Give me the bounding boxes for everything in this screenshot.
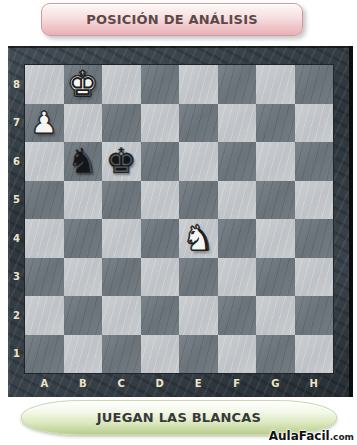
square-h7[interactable]: [295, 104, 334, 143]
square-c5[interactable]: [102, 181, 141, 220]
square-g7[interactable]: [256, 104, 295, 143]
square-e2[interactable]: [179, 296, 218, 335]
chess-board: ♚♟♞♚♞: [25, 65, 333, 373]
square-a6[interactable]: [25, 142, 64, 181]
square-f5[interactable]: [218, 181, 257, 220]
page: POSICIÓN DE ANÁLISIS 87654321 ♚♟♞♚♞ ABCD…: [0, 0, 357, 445]
square-f1[interactable]: [218, 335, 257, 374]
square-h3[interactable]: [295, 258, 334, 297]
square-d8[interactable]: [141, 65, 180, 104]
square-f7[interactable]: [218, 104, 257, 143]
square-f2[interactable]: [218, 296, 257, 335]
square-e6[interactable]: [179, 142, 218, 181]
file-label-e: E: [179, 374, 218, 393]
rank-label-3: 3: [8, 258, 25, 297]
rank-label-5: 5: [8, 181, 25, 220]
square-g6[interactable]: [256, 142, 295, 181]
square-f3[interactable]: [218, 258, 257, 297]
white-king-b8[interactable]: ♚: [64, 65, 103, 104]
square-h5[interactable]: [295, 181, 334, 220]
square-c2[interactable]: [102, 296, 141, 335]
square-f6[interactable]: [218, 142, 257, 181]
square-c8[interactable]: [102, 65, 141, 104]
square-g8[interactable]: [256, 65, 295, 104]
rank-label-7: 7: [8, 104, 25, 143]
square-e7[interactable]: [179, 104, 218, 143]
square-b2[interactable]: [64, 296, 103, 335]
square-a1[interactable]: [25, 335, 64, 374]
square-b8[interactable]: ♚: [64, 65, 103, 104]
square-e5[interactable]: [179, 181, 218, 220]
square-a8[interactable]: [25, 65, 64, 104]
black-king-c6[interactable]: ♚: [102, 142, 141, 181]
square-c7[interactable]: [102, 104, 141, 143]
square-a5[interactable]: [25, 181, 64, 220]
square-g4[interactable]: [256, 219, 295, 258]
square-h2[interactable]: [295, 296, 334, 335]
rank-label-8: 8: [8, 65, 25, 104]
top-banner: POSICIÓN DE ANÁLISIS: [41, 3, 303, 36]
square-b5[interactable]: [64, 181, 103, 220]
file-label-d: D: [141, 374, 180, 393]
square-c3[interactable]: [102, 258, 141, 297]
square-h1[interactable]: [295, 335, 334, 374]
brand-name: AulaFacil: [269, 429, 330, 443]
square-f4[interactable]: [218, 219, 257, 258]
white-knight-e4[interactable]: ♞: [179, 219, 218, 258]
square-h4[interactable]: [295, 219, 334, 258]
file-label-b: B: [64, 374, 103, 393]
rank-labels: 87654321: [8, 65, 25, 373]
square-b4[interactable]: [64, 219, 103, 258]
rank-label-6: 6: [8, 142, 25, 181]
square-b3[interactable]: [64, 258, 103, 297]
black-knight-b6[interactable]: ♞: [64, 142, 103, 181]
square-c1[interactable]: [102, 335, 141, 374]
square-d1[interactable]: [141, 335, 180, 374]
file-labels: ABCDEFGH: [25, 374, 333, 393]
square-d6[interactable]: [141, 142, 180, 181]
brand-suffix: .com: [330, 432, 354, 442]
square-g5[interactable]: [256, 181, 295, 220]
square-e4[interactable]: ♞: [179, 219, 218, 258]
square-g2[interactable]: [256, 296, 295, 335]
square-h6[interactable]: [295, 142, 334, 181]
square-f8[interactable]: [218, 65, 257, 104]
square-d2[interactable]: [141, 296, 180, 335]
square-g1[interactable]: [256, 335, 295, 374]
top-banner-label: POSICIÓN DE ANÁLISIS: [86, 12, 258, 27]
file-label-c: C: [102, 374, 141, 393]
file-label-g: G: [256, 374, 295, 393]
square-b6[interactable]: ♞: [64, 142, 103, 181]
file-label-h: H: [295, 374, 334, 393]
file-label-f: F: [218, 374, 257, 393]
square-b7[interactable]: [64, 104, 103, 143]
square-c6[interactable]: ♚: [102, 142, 141, 181]
bottom-banner-label: JUEGAN LAS BLANCAS: [97, 410, 261, 425]
square-e3[interactable]: [179, 258, 218, 297]
rank-label-4: 4: [8, 219, 25, 258]
square-d7[interactable]: [141, 104, 180, 143]
rank-label-1: 1: [8, 335, 25, 374]
square-c4[interactable]: [102, 219, 141, 258]
square-a7[interactable]: ♟: [25, 104, 64, 143]
square-e1[interactable]: [179, 335, 218, 374]
square-g3[interactable]: [256, 258, 295, 297]
square-a2[interactable]: [25, 296, 64, 335]
file-label-a: A: [25, 374, 64, 393]
square-d3[interactable]: [141, 258, 180, 297]
square-d5[interactable]: [141, 181, 180, 220]
square-e8[interactable]: [179, 65, 218, 104]
square-b1[interactable]: [64, 335, 103, 374]
square-a4[interactable]: [25, 219, 64, 258]
square-a3[interactable]: [25, 258, 64, 297]
square-d4[interactable]: [141, 219, 180, 258]
site-watermark: AulaFacil.com: [269, 429, 354, 443]
square-h8[interactable]: [295, 65, 334, 104]
white-pawn-a7[interactable]: ♟: [25, 104, 64, 143]
rank-label-2: 2: [8, 296, 25, 335]
